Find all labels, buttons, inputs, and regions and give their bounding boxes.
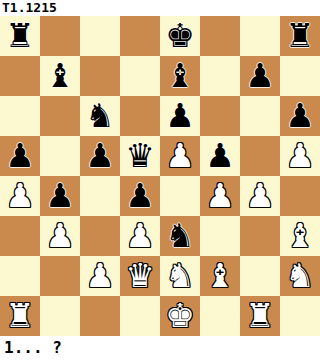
piece-black-rook[interactable]: ♜ xyxy=(5,16,35,56)
square-g8[interactable] xyxy=(240,16,280,56)
square-h8[interactable]: ♜ xyxy=(280,16,320,56)
square-c1[interactable] xyxy=(80,296,120,336)
square-b5[interactable] xyxy=(40,136,80,176)
square-b8[interactable] xyxy=(40,16,80,56)
puzzle-title: T1.1215 xyxy=(0,0,57,16)
square-g3[interactable] xyxy=(240,216,280,256)
piece-black-knight[interactable]: ♞ xyxy=(85,96,115,136)
square-c4[interactable] xyxy=(80,176,120,216)
piece-black-pawn[interactable]: ♟ xyxy=(205,136,235,176)
square-h5[interactable]: ♟ xyxy=(280,136,320,176)
square-h6[interactable]: ♟ xyxy=(280,96,320,136)
square-b7[interactable]: ♝ xyxy=(40,56,80,96)
header-bar: T1.1215 xyxy=(0,0,320,16)
square-g5[interactable] xyxy=(240,136,280,176)
square-c5[interactable]: ♟ xyxy=(80,136,120,176)
square-g6[interactable] xyxy=(240,96,280,136)
piece-white-bishop[interactable]: ♝ xyxy=(205,256,235,296)
piece-white-pawn[interactable]: ♟ xyxy=(125,216,155,256)
square-b4[interactable]: ♟ xyxy=(40,176,80,216)
piece-black-queen[interactable]: ♛ xyxy=(125,136,155,176)
square-a1[interactable]: ♜ xyxy=(0,296,40,336)
piece-black-pawn[interactable]: ♟ xyxy=(85,136,115,176)
square-d4[interactable]: ♟ xyxy=(120,176,160,216)
square-g4[interactable]: ♟ xyxy=(240,176,280,216)
square-a4[interactable]: ♟ xyxy=(0,176,40,216)
square-g7[interactable]: ♟ xyxy=(240,56,280,96)
piece-white-pawn[interactable]: ♟ xyxy=(45,216,75,256)
square-c3[interactable] xyxy=(80,216,120,256)
piece-black-pawn[interactable]: ♟ xyxy=(125,176,155,216)
square-f5[interactable]: ♟ xyxy=(200,136,240,176)
square-a3[interactable] xyxy=(0,216,40,256)
square-d1[interactable] xyxy=(120,296,160,336)
square-e3[interactable]: ♞ xyxy=(160,216,200,256)
piece-white-queen[interactable]: ♛ xyxy=(125,256,155,296)
square-e5[interactable]: ♟ xyxy=(160,136,200,176)
square-h2[interactable]: ♞ xyxy=(280,256,320,296)
square-h3[interactable]: ♝ xyxy=(280,216,320,256)
square-f6[interactable] xyxy=(200,96,240,136)
square-d8[interactable] xyxy=(120,16,160,56)
move-prompt: 1... ? xyxy=(0,336,62,360)
piece-black-pawn[interactable]: ♟ xyxy=(285,96,315,136)
piece-black-bishop[interactable]: ♝ xyxy=(45,56,75,96)
square-c2[interactable]: ♟ xyxy=(80,256,120,296)
piece-white-rook[interactable]: ♜ xyxy=(5,296,35,336)
piece-white-pawn[interactable]: ♟ xyxy=(85,256,115,296)
piece-white-pawn[interactable]: ♟ xyxy=(165,136,195,176)
square-e2[interactable]: ♞ xyxy=(160,256,200,296)
square-d5[interactable]: ♛ xyxy=(120,136,160,176)
square-f4[interactable]: ♟ xyxy=(200,176,240,216)
square-e6[interactable]: ♟ xyxy=(160,96,200,136)
square-e1[interactable]: ♚ xyxy=(160,296,200,336)
square-f1[interactable] xyxy=(200,296,240,336)
square-e7[interactable]: ♝ xyxy=(160,56,200,96)
footer-bar: 1... ? xyxy=(0,336,320,360)
chess-board: ♜♚♜♝♝♟♞♟♟♟♟♛♟♟♟♟♟♟♟♟♟♟♞♝♟♛♞♝♞♜♚♜ xyxy=(0,16,320,336)
square-g2[interactable] xyxy=(240,256,280,296)
square-e8[interactable]: ♚ xyxy=(160,16,200,56)
square-b2[interactable] xyxy=(40,256,80,296)
piece-black-pawn[interactable]: ♟ xyxy=(45,176,75,216)
piece-black-king[interactable]: ♚ xyxy=(165,16,195,56)
square-d6[interactable] xyxy=(120,96,160,136)
piece-black-pawn[interactable]: ♟ xyxy=(165,96,195,136)
piece-black-knight[interactable]: ♞ xyxy=(165,216,195,256)
square-d3[interactable]: ♟ xyxy=(120,216,160,256)
square-c6[interactable]: ♞ xyxy=(80,96,120,136)
square-c8[interactable] xyxy=(80,16,120,56)
square-f7[interactable] xyxy=(200,56,240,96)
square-a2[interactable] xyxy=(0,256,40,296)
square-d2[interactable]: ♛ xyxy=(120,256,160,296)
square-e4[interactable] xyxy=(160,176,200,216)
square-f8[interactable] xyxy=(200,16,240,56)
piece-black-bishop[interactable]: ♝ xyxy=(165,56,195,96)
piece-white-pawn[interactable]: ♟ xyxy=(5,176,35,216)
piece-white-rook[interactable]: ♜ xyxy=(245,296,275,336)
square-c7[interactable] xyxy=(80,56,120,96)
piece-white-king[interactable]: ♚ xyxy=(165,296,195,336)
piece-white-pawn[interactable]: ♟ xyxy=(245,176,275,216)
square-h1[interactable] xyxy=(280,296,320,336)
square-h7[interactable] xyxy=(280,56,320,96)
piece-white-pawn[interactable]: ♟ xyxy=(205,176,235,216)
square-b3[interactable]: ♟ xyxy=(40,216,80,256)
square-a8[interactable]: ♜ xyxy=(0,16,40,56)
square-b6[interactable] xyxy=(40,96,80,136)
piece-white-knight[interactable]: ♞ xyxy=(285,256,315,296)
square-b1[interactable] xyxy=(40,296,80,336)
piece-white-pawn[interactable]: ♟ xyxy=(285,136,315,176)
square-h4[interactable] xyxy=(280,176,320,216)
piece-white-bishop[interactable]: ♝ xyxy=(285,216,315,256)
piece-black-pawn[interactable]: ♟ xyxy=(5,136,35,176)
square-a6[interactable] xyxy=(0,96,40,136)
square-d7[interactable] xyxy=(120,56,160,96)
square-a5[interactable]: ♟ xyxy=(0,136,40,176)
piece-black-pawn[interactable]: ♟ xyxy=(245,56,275,96)
square-g1[interactable]: ♜ xyxy=(240,296,280,336)
square-a7[interactable] xyxy=(0,56,40,96)
piece-black-rook[interactable]: ♜ xyxy=(285,16,315,56)
square-f3[interactable] xyxy=(200,216,240,256)
square-f2[interactable]: ♝ xyxy=(200,256,240,296)
piece-white-knight[interactable]: ♞ xyxy=(165,256,195,296)
